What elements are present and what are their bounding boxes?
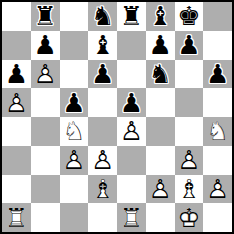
square-d8[interactable]: ♞	[88, 2, 117, 31]
white-rook-outline: ♖	[120, 205, 143, 231]
square-e4[interactable]: ♟♙	[117, 117, 146, 146]
square-f5[interactable]	[146, 88, 175, 117]
square-f4[interactable]	[146, 117, 175, 146]
square-e3[interactable]	[117, 146, 146, 175]
black-bishop: ♝	[146, 2, 175, 31]
square-a6[interactable]: ♟	[2, 60, 31, 89]
square-g6[interactable]	[175, 60, 204, 89]
black-pawn: ♟	[203, 60, 232, 89]
square-h7[interactable]	[203, 31, 232, 60]
square-b2[interactable]	[31, 175, 60, 204]
white-pawn: ♟♙	[2, 88, 31, 117]
square-g1[interactable]: ♚♔	[175, 203, 204, 232]
square-b5[interactable]	[31, 88, 60, 117]
white-pawn-outline: ♙	[5, 90, 28, 116]
white-rook: ♜♖	[117, 203, 146, 232]
white-pawn-outline: ♙	[120, 118, 143, 144]
white-rook-outline: ♖	[5, 205, 28, 231]
white-knight: ♞♘	[60, 117, 89, 146]
square-g3[interactable]: ♟♙	[175, 146, 204, 175]
square-h5[interactable]	[203, 88, 232, 117]
square-c8[interactable]	[60, 2, 89, 31]
square-e6[interactable]	[117, 60, 146, 89]
square-b3[interactable]	[31, 146, 60, 175]
square-h2[interactable]: ♟♙	[203, 175, 232, 204]
square-f7[interactable]: ♟	[146, 31, 175, 60]
black-pawn: ♟	[88, 60, 117, 89]
square-b4[interactable]	[31, 117, 60, 146]
square-a7[interactable]	[2, 31, 31, 60]
square-a3[interactable]	[2, 146, 31, 175]
square-h3[interactable]	[203, 146, 232, 175]
square-f2[interactable]: ♟♙	[146, 175, 175, 204]
square-e2[interactable]	[117, 175, 146, 204]
square-g8[interactable]: ♚	[175, 2, 204, 31]
white-bishop-outline: ♗	[91, 176, 114, 202]
square-a1[interactable]: ♜♖	[2, 203, 31, 232]
square-e1[interactable]: ♜♖	[117, 203, 146, 232]
black-pawn: ♟	[2, 60, 31, 89]
square-e8[interactable]: ♜	[117, 2, 146, 31]
square-d3[interactable]: ♟♙	[88, 146, 117, 175]
white-pawn-outline: ♙	[148, 176, 171, 202]
square-h8[interactable]	[203, 2, 232, 31]
square-e5[interactable]: ♟	[117, 88, 146, 117]
white-pawn: ♟♙	[146, 175, 175, 204]
white-bishop-outline: ♗	[177, 176, 200, 202]
white-knight-outline: ♘	[206, 118, 229, 144]
square-b1[interactable]	[31, 203, 60, 232]
white-pawn: ♟♙	[31, 60, 60, 89]
square-a5[interactable]: ♟♙	[2, 88, 31, 117]
black-bishop: ♝	[88, 31, 117, 60]
square-g5[interactable]	[175, 88, 204, 117]
white-king-outline: ♔	[177, 205, 200, 231]
square-a4[interactable]	[2, 117, 31, 146]
black-king: ♚	[175, 2, 204, 31]
white-pawn-outline: ♙	[62, 147, 85, 173]
white-knight-outline: ♘	[62, 118, 85, 144]
white-pawn: ♟♙	[88, 146, 117, 175]
black-rook: ♜	[117, 2, 146, 31]
white-pawn: ♟♙	[117, 117, 146, 146]
black-pawn: ♟	[60, 88, 89, 117]
white-pawn: ♟♙	[175, 146, 204, 175]
white-king: ♚♔	[175, 203, 204, 232]
white-pawn: ♟♙	[203, 175, 232, 204]
white-pawn-outline: ♙	[91, 147, 114, 173]
square-c7[interactable]	[60, 31, 89, 60]
white-pawn-outline: ♙	[33, 61, 56, 87]
black-knight: ♞	[88, 2, 117, 31]
square-d4[interactable]	[88, 117, 117, 146]
square-b6[interactable]: ♟♙	[31, 60, 60, 89]
square-g4[interactable]	[175, 117, 204, 146]
square-c2[interactable]	[60, 175, 89, 204]
square-f6[interactable]: ♞	[146, 60, 175, 89]
white-pawn-outline: ♙	[177, 147, 200, 173]
chess-board: ♜♞♜♝♚♟♝♟♟♟♟♙♟♞♟♟♙♟♟♞♘♟♙♞♘♟♙♟♙♟♙♝♗♟♙♝♗♟♙♜…	[0, 0, 234, 234]
square-a2[interactable]	[2, 175, 31, 204]
white-bishop: ♝♗	[88, 175, 117, 204]
square-g7[interactable]: ♟	[175, 31, 204, 60]
square-d6[interactable]: ♟	[88, 60, 117, 89]
square-b7[interactable]: ♟	[31, 31, 60, 60]
square-f8[interactable]: ♝	[146, 2, 175, 31]
white-pawn-outline: ♙	[206, 176, 229, 202]
black-pawn: ♟	[175, 31, 204, 60]
square-h1[interactable]	[203, 203, 232, 232]
black-rook: ♜	[31, 2, 60, 31]
square-h4[interactable]: ♞♘	[203, 117, 232, 146]
square-d5[interactable]	[88, 88, 117, 117]
square-c6[interactable]	[60, 60, 89, 89]
square-e7[interactable]	[117, 31, 146, 60]
black-pawn: ♟	[117, 88, 146, 117]
white-rook: ♜♖	[2, 203, 31, 232]
square-b8[interactable]: ♜	[31, 2, 60, 31]
white-knight: ♞♘	[203, 117, 232, 146]
square-a8[interactable]	[2, 2, 31, 31]
black-pawn: ♟	[146, 31, 175, 60]
black-knight: ♞	[146, 60, 175, 89]
square-d2[interactable]: ♝♗	[88, 175, 117, 204]
square-g2[interactable]: ♝♗	[175, 175, 204, 204]
square-c1[interactable]	[60, 203, 89, 232]
square-d1[interactable]	[88, 203, 117, 232]
white-pawn: ♟♙	[60, 146, 89, 175]
black-pawn: ♟	[31, 31, 60, 60]
square-c3[interactable]: ♟♙	[60, 146, 89, 175]
square-c5[interactable]: ♟	[60, 88, 89, 117]
square-f1[interactable]	[146, 203, 175, 232]
square-c4[interactable]: ♞♘	[60, 117, 89, 146]
chess-diagram: ♜♞♜♝♚♟♝♟♟♟♟♙♟♞♟♟♙♟♟♞♘♟♙♞♘♟♙♟♙♟♙♝♗♟♙♝♗♟♙♜…	[0, 0, 234, 234]
square-d7[interactable]: ♝	[88, 31, 117, 60]
square-f3[interactable]	[146, 146, 175, 175]
white-bishop: ♝♗	[175, 175, 204, 204]
square-h6[interactable]: ♟	[203, 60, 232, 89]
